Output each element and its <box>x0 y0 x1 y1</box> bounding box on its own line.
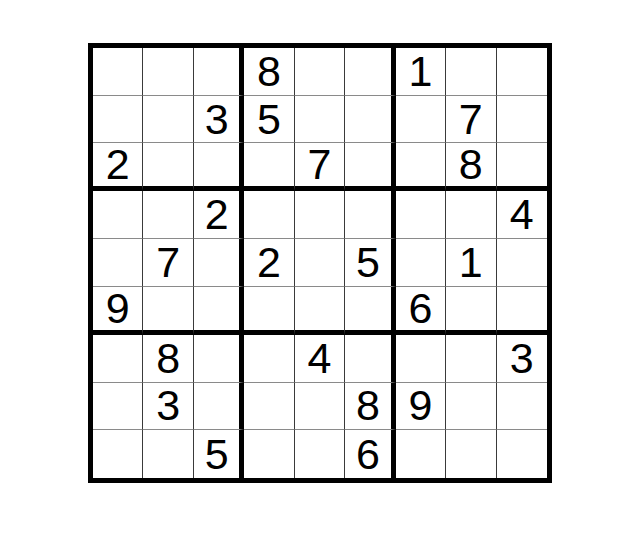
cell-r9c6-given-6[interactable]: 6 <box>345 430 395 478</box>
cell-r3c4-empty[interactable] <box>244 143 294 191</box>
cell-r1c3-empty[interactable] <box>194 48 244 96</box>
cell-r5c2-given-7[interactable]: 7 <box>143 239 193 287</box>
cell-r3c3-empty[interactable] <box>194 143 244 191</box>
cell-r5c7-empty[interactable] <box>396 239 446 287</box>
cell-r5c8-given-1[interactable]: 1 <box>446 239 496 287</box>
cell-r2c9-empty[interactable] <box>497 96 547 144</box>
cell-r6c5-empty[interactable] <box>295 287 345 335</box>
cell-r1c4-given-8[interactable]: 8 <box>244 48 294 96</box>
cell-r5c6-given-5[interactable]: 5 <box>345 239 395 287</box>
cell-r6c4-empty[interactable] <box>244 287 294 335</box>
cell-r2c3-given-3[interactable]: 3 <box>194 96 244 144</box>
cell-r2c8-given-7[interactable]: 7 <box>446 96 496 144</box>
cell-r3c8-given-8[interactable]: 8 <box>446 143 496 191</box>
cell-r1c6-empty[interactable] <box>345 48 395 96</box>
cell-r3c2-empty[interactable] <box>143 143 193 191</box>
cell-r7c9-given-3[interactable]: 3 <box>497 335 547 383</box>
cell-r1c9-empty[interactable] <box>497 48 547 96</box>
cell-r4c4-empty[interactable] <box>244 191 294 239</box>
cell-r8c5-empty[interactable] <box>295 383 345 431</box>
cell-r7c6-empty[interactable] <box>345 335 395 383</box>
cell-r5c1-empty[interactable] <box>93 239 143 287</box>
cell-r7c8-empty[interactable] <box>446 335 496 383</box>
cell-r2c2-empty[interactable] <box>143 96 193 144</box>
cell-r9c7-empty[interactable] <box>396 430 446 478</box>
sudoku-board: 813572782472519684338956 <box>88 43 552 483</box>
cell-r6c9-empty[interactable] <box>497 287 547 335</box>
cell-r8c6-given-8[interactable]: 8 <box>345 383 395 431</box>
cell-r7c1-empty[interactable] <box>93 335 143 383</box>
cell-r9c3-given-5[interactable]: 5 <box>194 430 244 478</box>
cell-r5c3-empty[interactable] <box>194 239 244 287</box>
cell-r4c6-empty[interactable] <box>345 191 395 239</box>
cell-r8c9-empty[interactable] <box>497 383 547 431</box>
page-background: 813572782472519684338956 <box>0 0 640 540</box>
cell-r4c5-empty[interactable] <box>295 191 345 239</box>
cell-r6c8-empty[interactable] <box>446 287 496 335</box>
cell-r6c3-empty[interactable] <box>194 287 244 335</box>
cell-r9c8-empty[interactable] <box>446 430 496 478</box>
cell-r7c5-given-4[interactable]: 4 <box>295 335 345 383</box>
cell-r6c1-given-9[interactable]: 9 <box>93 287 143 335</box>
cell-r8c3-empty[interactable] <box>194 383 244 431</box>
cell-r2c6-empty[interactable] <box>345 96 395 144</box>
cell-r1c5-empty[interactable] <box>295 48 345 96</box>
cell-r9c4-empty[interactable] <box>244 430 294 478</box>
cell-r8c8-empty[interactable] <box>446 383 496 431</box>
cell-r6c6-empty[interactable] <box>345 287 395 335</box>
cell-r9c9-empty[interactable] <box>497 430 547 478</box>
cell-r3c1-given-2[interactable]: 2 <box>93 143 143 191</box>
cell-r7c3-empty[interactable] <box>194 335 244 383</box>
cell-r4c1-empty[interactable] <box>93 191 143 239</box>
cell-r2c4-given-5[interactable]: 5 <box>244 96 294 144</box>
cell-r8c4-empty[interactable] <box>244 383 294 431</box>
cell-r3c5-given-7[interactable]: 7 <box>295 143 345 191</box>
cell-r5c5-empty[interactable] <box>295 239 345 287</box>
cell-r2c1-empty[interactable] <box>93 96 143 144</box>
cell-r7c4-empty[interactable] <box>244 335 294 383</box>
cell-r6c2-empty[interactable] <box>143 287 193 335</box>
cell-r2c7-empty[interactable] <box>396 96 446 144</box>
cell-r8c2-given-3[interactable]: 3 <box>143 383 193 431</box>
cell-r5c9-empty[interactable] <box>497 239 547 287</box>
cell-r3c9-empty[interactable] <box>497 143 547 191</box>
cell-r3c6-empty[interactable] <box>345 143 395 191</box>
cell-r9c2-empty[interactable] <box>143 430 193 478</box>
cell-r1c1-empty[interactable] <box>93 48 143 96</box>
cell-r1c8-empty[interactable] <box>446 48 496 96</box>
cell-r3c7-empty[interactable] <box>396 143 446 191</box>
cell-r7c2-given-8[interactable]: 8 <box>143 335 193 383</box>
cell-r2c5-empty[interactable] <box>295 96 345 144</box>
cell-r6c7-given-6[interactable]: 6 <box>396 287 446 335</box>
cell-r5c4-given-2[interactable]: 2 <box>244 239 294 287</box>
cell-r7c7-empty[interactable] <box>396 335 446 383</box>
cell-r4c2-empty[interactable] <box>143 191 193 239</box>
cell-r9c5-empty[interactable] <box>295 430 345 478</box>
cell-r4c8-empty[interactable] <box>446 191 496 239</box>
cell-r8c1-empty[interactable] <box>93 383 143 431</box>
cell-r8c7-given-9[interactable]: 9 <box>396 383 446 431</box>
cell-r4c3-given-2[interactable]: 2 <box>194 191 244 239</box>
cell-r4c7-empty[interactable] <box>396 191 446 239</box>
cell-r1c7-given-1[interactable]: 1 <box>396 48 446 96</box>
cell-r9c1-empty[interactable] <box>93 430 143 478</box>
cell-r1c2-empty[interactable] <box>143 48 193 96</box>
cell-r4c9-given-4[interactable]: 4 <box>497 191 547 239</box>
